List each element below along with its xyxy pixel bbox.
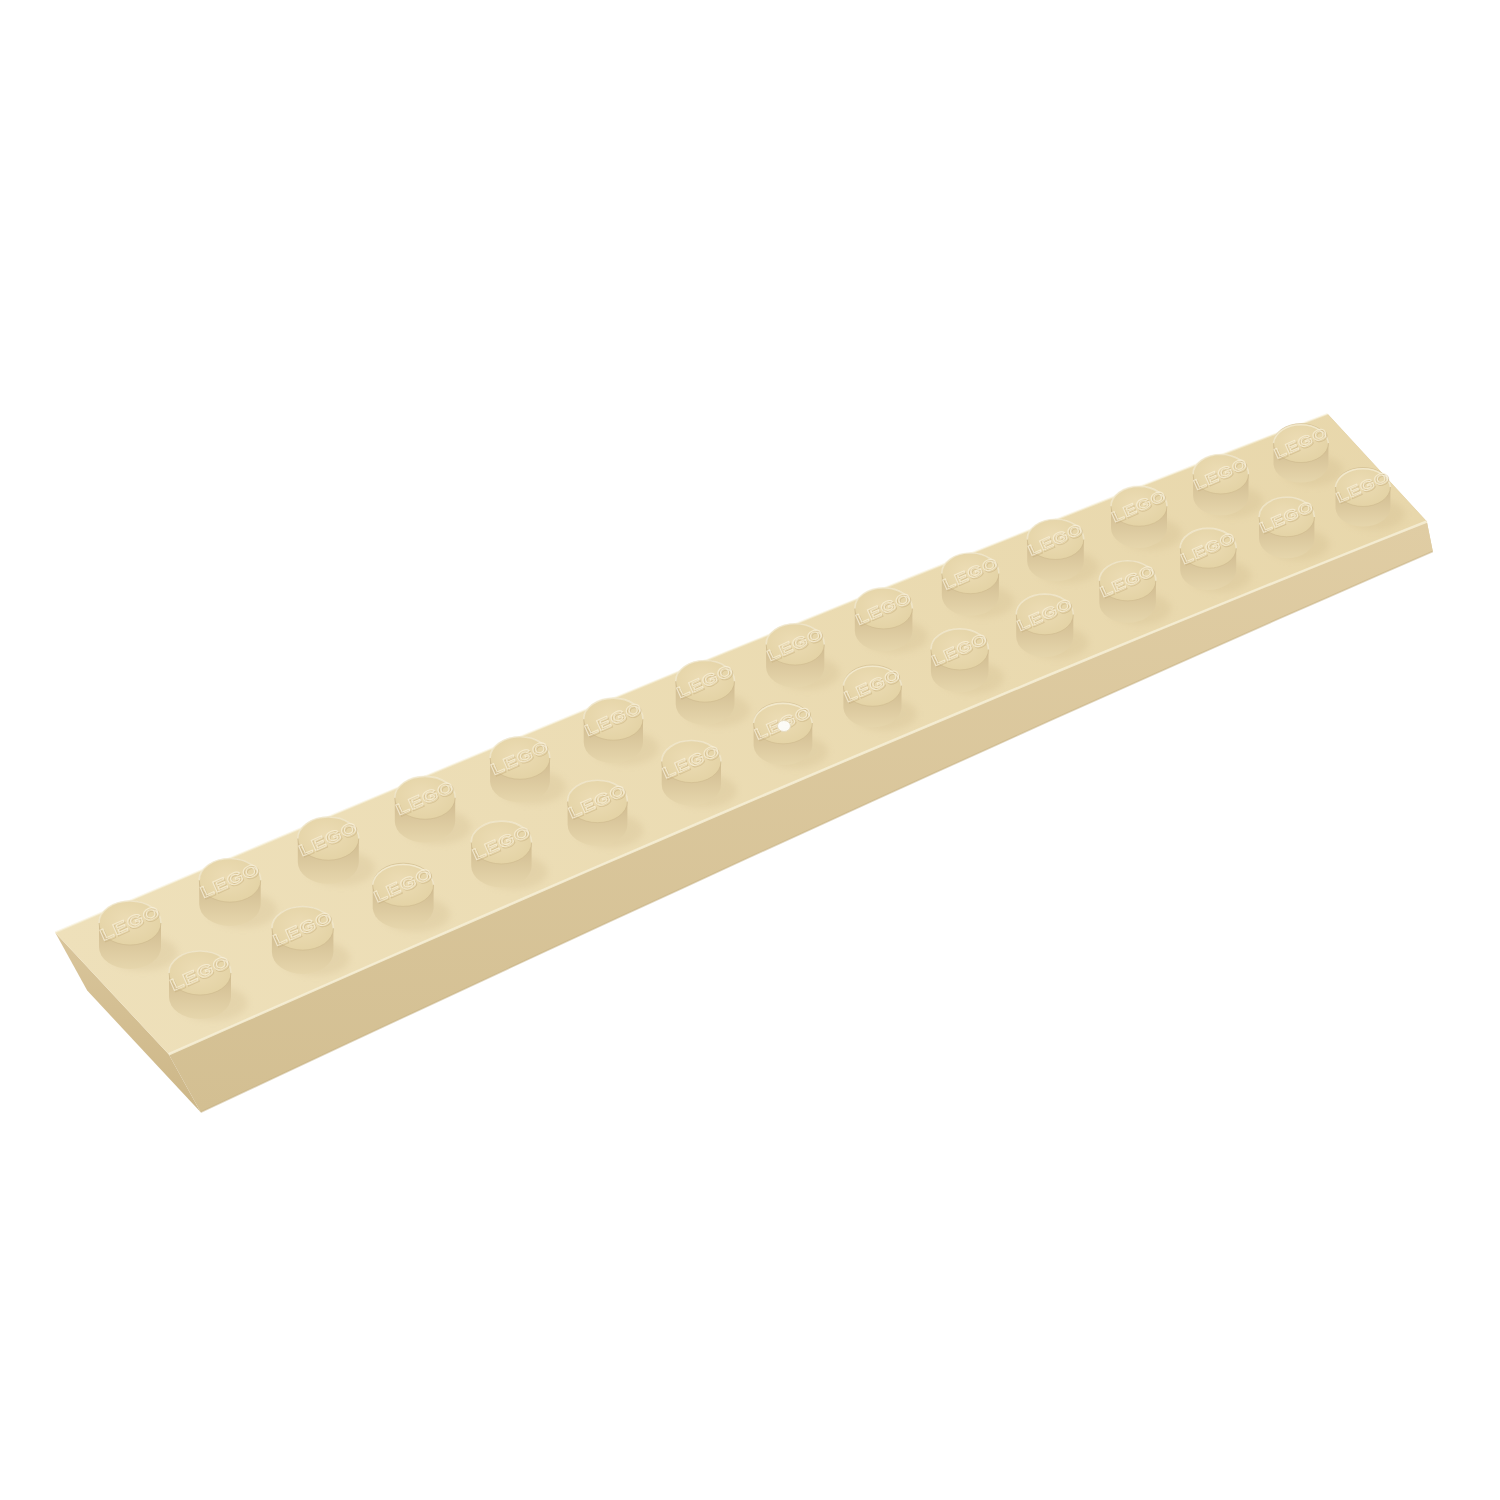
product-photo: LEGOLEGOLEGOLEGOLEGOLEGOLEGOLEGOLEGOLEGO… — [0, 0, 1500, 1500]
white-fleck — [777, 720, 790, 731]
lego-plate-photo: LEGOLEGOLEGOLEGOLEGOLEGOLEGOLEGOLEGOLEGO… — [0, 0, 1500, 1500]
